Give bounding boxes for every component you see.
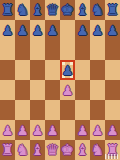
white-bishop[interactable]: ♝ [76,143,89,158]
square-d3[interactable] [45,100,60,120]
square-b8[interactable]: ♞ [15,0,30,20]
square-a4[interactable] [0,80,15,100]
white-knight[interactable]: ♞ [16,143,29,158]
square-b3[interactable] [15,100,30,120]
black-pawn[interactable]: ♟ [32,24,44,37]
square-d6[interactable] [45,40,60,60]
square-h8[interactable]: ♜ [105,0,120,20]
square-d2[interactable]: ♟ [45,120,60,140]
square-f1[interactable]: ♝ [75,140,90,160]
square-c1[interactable]: ♝ [30,140,45,160]
square-c5[interactable] [30,60,45,80]
square-b1[interactable]: ♞ [15,140,30,160]
square-g8[interactable]: ♞ [90,0,105,20]
square-g2[interactable]: ♟ [90,120,105,140]
white-pawn[interactable]: ♟ [2,124,14,137]
square-a8[interactable]: ♜ [0,0,15,20]
white-pawn[interactable]: ♟ [107,124,119,137]
square-a1[interactable]: ♜ [0,140,15,160]
square-h4[interactable] [105,80,120,100]
square-h7[interactable]: ♟ [105,20,120,40]
square-a7[interactable]: ♟ [0,20,15,40]
black-knight[interactable]: ♞ [16,3,29,18]
square-f3[interactable] [75,100,90,120]
square-c4[interactable] [30,80,45,100]
square-f4[interactable] [75,80,90,100]
square-g5[interactable] [90,60,105,80]
chess-board: ♜♞♝♛♚♝♞♜♟♟♟♟♟♟♟♟♟♟♟♟♟♟♟♟♜♞♝♛♚♝♞♜ [0,0,120,160]
black-pawn[interactable]: ♟ [2,24,14,37]
square-c7[interactable]: ♟ [30,20,45,40]
square-a6[interactable] [0,40,15,60]
square-a3[interactable] [0,100,15,120]
square-d1[interactable]: ♛ [45,140,60,160]
square-e8[interactable]: ♚ [60,0,75,20]
square-a5[interactable] [0,60,15,80]
square-c2[interactable]: ♟ [30,120,45,140]
square-b4[interactable] [15,80,30,100]
white-rook[interactable]: ♜ [106,143,119,158]
square-g1[interactable]: ♞ [90,140,105,160]
white-pawn[interactable]: ♟ [62,84,74,97]
square-e4[interactable]: ♟ [60,80,75,100]
square-e5[interactable]: ♟ [60,60,75,80]
white-queen[interactable]: ♛ [46,143,59,158]
square-h1[interactable]: ♜ [105,140,120,160]
square-e1[interactable]: ♚ [60,140,75,160]
square-f2[interactable]: ♟ [75,120,90,140]
white-king[interactable]: ♚ [61,143,74,158]
white-rook[interactable]: ♜ [1,143,14,158]
square-b2[interactable]: ♟ [15,120,30,140]
white-pawn[interactable]: ♟ [92,124,104,137]
black-pawn[interactable]: ♟ [62,64,74,77]
square-e2[interactable] [60,120,75,140]
square-h6[interactable] [105,40,120,60]
black-pawn[interactable]: ♟ [17,24,29,37]
square-f6[interactable] [75,40,90,60]
square-d5[interactable] [45,60,60,80]
square-c3[interactable] [30,100,45,120]
square-g7[interactable]: ♟ [90,20,105,40]
square-d4[interactable] [45,80,60,100]
black-queen[interactable]: ♛ [46,3,59,18]
square-e3[interactable] [60,100,75,120]
black-bishop[interactable]: ♝ [31,3,44,18]
square-g3[interactable] [90,100,105,120]
black-king[interactable]: ♚ [61,3,74,18]
square-c6[interactable] [30,40,45,60]
white-pawn[interactable]: ♟ [77,124,89,137]
square-e7[interactable] [60,20,75,40]
black-pawn[interactable]: ♟ [47,24,59,37]
square-h2[interactable]: ♟ [105,120,120,140]
square-g4[interactable] [90,80,105,100]
square-f7[interactable]: ♟ [75,20,90,40]
square-b6[interactable] [15,40,30,60]
white-bishop[interactable]: ♝ [31,143,44,158]
black-pawn[interactable]: ♟ [92,24,104,37]
square-h5[interactable] [105,60,120,80]
square-d8[interactable]: ♛ [45,0,60,20]
square-b7[interactable]: ♟ [15,20,30,40]
black-pawn[interactable]: ♟ [107,24,119,37]
black-knight[interactable]: ♞ [91,3,104,18]
black-pawn[interactable]: ♟ [77,24,89,37]
white-pawn[interactable]: ♟ [17,124,29,137]
square-d7[interactable]: ♟ [45,20,60,40]
black-rook[interactable]: ♜ [106,3,119,18]
square-c8[interactable]: ♝ [30,0,45,20]
black-bishop[interactable]: ♝ [76,3,89,18]
square-f8[interactable]: ♝ [75,0,90,20]
square-g6[interactable] [90,40,105,60]
square-a2[interactable]: ♟ [0,120,15,140]
black-rook[interactable]: ♜ [1,3,14,18]
white-pawn[interactable]: ♟ [47,124,59,137]
square-f5[interactable] [75,60,90,80]
white-knight[interactable]: ♞ [91,143,104,158]
square-b5[interactable] [15,60,30,80]
square-e6[interactable] [60,40,75,60]
white-pawn[interactable]: ♟ [32,124,44,137]
square-h3[interactable] [105,100,120,120]
